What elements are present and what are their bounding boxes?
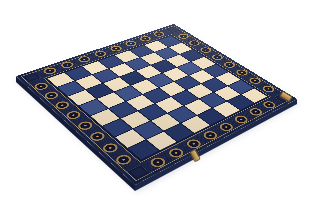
ring-ornament-icon bbox=[88, 130, 108, 142]
ring-ornament-icon bbox=[187, 39, 202, 46]
ring-ornament-icon bbox=[123, 40, 138, 47]
ring-ornament-icon bbox=[217, 122, 235, 133]
ring-ornament-icon bbox=[247, 107, 264, 117]
ring-ornament-icon bbox=[64, 110, 83, 121]
ring-ornament-icon bbox=[166, 147, 186, 160]
ring-ornament-icon bbox=[261, 100, 278, 110]
ring-ornament-icon bbox=[138, 35, 153, 42]
ring-ornament-icon bbox=[232, 114, 250, 125]
ring-ornament-icon bbox=[59, 61, 76, 70]
ring-ornament-icon bbox=[113, 153, 134, 166]
ring-ornament-icon bbox=[148, 156, 168, 169]
ring-ornament-icon bbox=[76, 120, 95, 132]
ring-ornament-icon bbox=[76, 55, 92, 63]
ring-ornament-icon bbox=[108, 45, 124, 53]
ring-ornament-icon bbox=[247, 76, 263, 85]
ring-ornament-icon bbox=[53, 100, 72, 111]
ring-ornament-icon bbox=[42, 91, 60, 101]
ring-ornament-icon bbox=[260, 84, 276, 93]
product-photo-stage bbox=[0, 0, 310, 206]
ring-ornament-icon bbox=[152, 31, 167, 38]
ring-ornament-icon bbox=[93, 50, 109, 58]
ring-ornament-icon bbox=[100, 142, 120, 155]
ring-ornament-icon bbox=[176, 33, 191, 40]
ring-ornament-icon bbox=[201, 129, 220, 141]
ring-ornament-icon bbox=[234, 68, 250, 76]
ring-ornament-icon bbox=[32, 82, 50, 92]
ring-ornament-icon bbox=[198, 46, 213, 53]
corner-motif bbox=[127, 165, 151, 181]
ring-ornament-icon bbox=[210, 53, 225, 61]
ring-ornament-icon bbox=[222, 61, 238, 69]
